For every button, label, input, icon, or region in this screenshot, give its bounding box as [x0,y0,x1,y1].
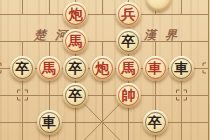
piece-character: 卒 [148,115,162,129]
piece-black-soldier[interactable]: 卒 [10,56,35,81]
piece-character: 車 [175,61,189,75]
piece-character: 馬 [69,34,83,48]
piece-character: 車 [148,61,162,75]
piece-black-soldier[interactable]: 卒 [63,83,88,108]
piece-character: 卒 [122,34,136,48]
piece-red-horse[interactable]: 馬 [63,29,88,54]
piece-character: 炮 [69,7,83,21]
piece-character: 兵 [122,7,136,21]
piece-red-soldier[interactable]: 兵 [116,2,141,27]
piece-red-cannon[interactable]: 炮 [63,2,88,27]
xiangqi-board: 楚河 漢界 炮兵馬卒卒馬卒炮馬車車卒帥車卒 [0,0,210,140]
piece-red-cannon[interactable]: 炮 [90,56,115,81]
piece-character: 卒 [69,88,83,102]
piece-black-soldier[interactable]: 卒 [116,29,141,54]
piece-character: 帥 [122,88,136,102]
piece-character: 馬 [42,61,56,75]
piece-red-horse[interactable]: 馬 [116,56,141,81]
piece-black-chariot[interactable]: 車 [169,56,194,81]
piece-black-chariot[interactable]: 車 [37,110,62,135]
river-label-han-jie: 漢界 [144,27,186,44]
piece-red-chariot[interactable]: 車 [143,56,168,81]
piece-character: 炮 [95,61,109,75]
piece-red-general[interactable]: 帥 [116,83,141,108]
piece-red-horse[interactable]: 馬 [37,56,62,81]
piece-character: 馬 [122,61,136,75]
piece-black-soldier[interactable]: 卒 [143,110,168,135]
piece-character: 車 [42,115,56,129]
piece-character: 卒 [69,61,83,75]
piece-character: 卒 [16,61,30,75]
piece-black-soldier[interactable]: 卒 [63,56,88,81]
